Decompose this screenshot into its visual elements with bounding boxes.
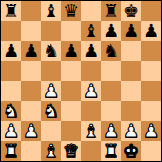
white-bishop-icon: ♝ [83, 121, 99, 141]
chess-board: ♜♝♛♜♚♝♟♟♟♟♟♞♟♟♞♟♟♞♞♟♟♝♟♟♟♜♝♛♜♚ [0, 0, 162, 162]
black-pawn-icon: ♟ [103, 21, 119, 41]
square-c8[interactable]: ♝ [41, 1, 61, 21]
square-a1[interactable]: ♜ [1, 141, 21, 161]
square-e3[interactable] [81, 101, 101, 121]
square-g6[interactable] [121, 41, 141, 61]
square-g3[interactable] [121, 101, 141, 121]
black-pawn-icon: ♟ [3, 41, 19, 61]
black-rook-icon: ♜ [3, 1, 19, 21]
square-d4[interactable] [61, 81, 81, 101]
square-c5[interactable] [41, 61, 61, 81]
square-c6[interactable]: ♞ [41, 41, 61, 61]
black-rook-icon: ♜ [103, 1, 119, 21]
square-c7[interactable] [41, 21, 61, 41]
black-bishop-icon: ♝ [83, 21, 99, 41]
square-e6[interactable]: ♟ [81, 41, 101, 61]
square-b4[interactable] [21, 81, 41, 101]
white-pawn-icon: ♟ [23, 121, 39, 141]
square-f1[interactable]: ♜ [101, 141, 121, 161]
square-g4[interactable] [121, 81, 141, 101]
white-king-icon: ♚ [123, 141, 139, 161]
white-pawn-icon: ♟ [103, 121, 119, 141]
square-c1[interactable]: ♝ [41, 141, 61, 161]
square-b1[interactable] [21, 141, 41, 161]
square-f3[interactable] [101, 101, 121, 121]
square-e8[interactable] [81, 1, 101, 21]
white-rook-icon: ♜ [3, 141, 19, 161]
square-g2[interactable]: ♟ [121, 121, 141, 141]
black-knight-icon: ♞ [43, 41, 59, 61]
square-g1[interactable]: ♚ [121, 141, 141, 161]
black-queen-icon: ♛ [63, 1, 79, 21]
white-pawn-icon: ♟ [43, 81, 59, 101]
square-a3[interactable]: ♞ [1, 101, 21, 121]
square-h1[interactable] [141, 141, 161, 161]
square-h5[interactable] [141, 61, 161, 81]
square-e7[interactable]: ♝ [81, 21, 101, 41]
square-h6[interactable] [141, 41, 161, 61]
square-g5[interactable] [121, 61, 141, 81]
square-f4[interactable] [101, 81, 121, 101]
square-a5[interactable] [1, 61, 21, 81]
white-pawn-icon: ♟ [143, 121, 159, 141]
square-b6[interactable]: ♟ [21, 41, 41, 61]
square-f6[interactable]: ♞ [101, 41, 121, 61]
black-pawn-icon: ♟ [143, 21, 159, 41]
square-d8[interactable]: ♛ [61, 1, 81, 21]
square-a8[interactable]: ♜ [1, 1, 21, 21]
square-b8[interactable] [21, 1, 41, 21]
white-queen-icon: ♛ [63, 141, 79, 161]
square-c2[interactable] [41, 121, 61, 141]
square-b5[interactable] [21, 61, 41, 81]
square-h4[interactable] [141, 81, 161, 101]
square-f5[interactable] [101, 61, 121, 81]
white-knight-icon: ♞ [3, 101, 19, 121]
square-b2[interactable]: ♟ [21, 121, 41, 141]
square-a6[interactable]: ♟ [1, 41, 21, 61]
white-pawn-icon: ♟ [83, 81, 99, 101]
white-pawn-icon: ♟ [3, 121, 19, 141]
square-d3[interactable] [61, 101, 81, 121]
square-b7[interactable] [21, 21, 41, 41]
square-h2[interactable]: ♟ [141, 121, 161, 141]
square-h8[interactable] [141, 1, 161, 21]
square-f8[interactable]: ♜ [101, 1, 121, 21]
square-d7[interactable] [61, 21, 81, 41]
black-bishop-icon: ♝ [43, 1, 59, 21]
black-knight-icon: ♞ [103, 41, 119, 61]
square-h3[interactable] [141, 101, 161, 121]
square-b3[interactable] [21, 101, 41, 121]
square-d2[interactable] [61, 121, 81, 141]
white-rook-icon: ♜ [103, 141, 119, 161]
black-pawn-icon: ♟ [123, 21, 139, 41]
black-pawn-icon: ♟ [23, 41, 39, 61]
square-g8[interactable]: ♚ [121, 1, 141, 21]
black-pawn-icon: ♟ [63, 41, 79, 61]
black-pawn-icon: ♟ [83, 41, 99, 61]
square-f7[interactable]: ♟ [101, 21, 121, 41]
square-a2[interactable]: ♟ [1, 121, 21, 141]
square-c4[interactable]: ♟ [41, 81, 61, 101]
square-e4[interactable]: ♟ [81, 81, 101, 101]
white-bishop-icon: ♝ [43, 141, 59, 161]
square-a4[interactable] [1, 81, 21, 101]
square-e5[interactable] [81, 61, 101, 81]
square-d5[interactable] [61, 61, 81, 81]
black-king-icon: ♚ [123, 1, 139, 21]
square-e2[interactable]: ♝ [81, 121, 101, 141]
white-knight-icon: ♞ [43, 101, 59, 121]
square-f2[interactable]: ♟ [101, 121, 121, 141]
square-c3[interactable]: ♞ [41, 101, 61, 121]
square-d6[interactable]: ♟ [61, 41, 81, 61]
square-g7[interactable]: ♟ [121, 21, 141, 41]
square-d1[interactable]: ♛ [61, 141, 81, 161]
square-h7[interactable]: ♟ [141, 21, 161, 41]
white-pawn-icon: ♟ [123, 121, 139, 141]
square-a7[interactable] [1, 21, 21, 41]
square-e1[interactable] [81, 141, 101, 161]
